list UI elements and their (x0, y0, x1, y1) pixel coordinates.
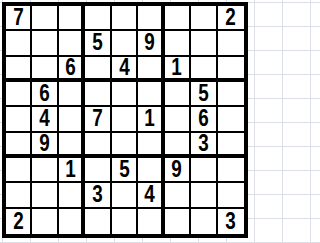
cell-r5c3[interactable] (59, 107, 85, 132)
cell-r7c4[interactable] (85, 158, 111, 183)
given-digit: 6 (198, 107, 208, 130)
cell-r3c3: 6 (59, 57, 85, 82)
cell-r9c6[interactable] (138, 209, 164, 234)
cell-r7c1[interactable] (6, 158, 32, 183)
cell-r6c8: 3 (191, 133, 217, 158)
cell-r9c9: 3 (218, 209, 244, 234)
cell-r9c2[interactable] (32, 209, 58, 234)
cell-r3c5: 4 (112, 57, 138, 82)
cell-r6c2: 9 (32, 133, 58, 158)
given-digit: 9 (144, 31, 154, 54)
cell-r2c4: 5 (85, 31, 111, 56)
cell-r8c2[interactable] (32, 183, 58, 208)
given-digit: 2 (13, 210, 23, 233)
cell-r5c5[interactable] (112, 107, 138, 132)
cell-r5c6: 1 (138, 107, 164, 132)
cell-r8c3[interactable] (59, 183, 85, 208)
cell-r2c1[interactable] (6, 31, 32, 56)
cell-r5c8: 6 (191, 107, 217, 132)
cell-r6c1[interactable] (6, 133, 32, 158)
cell-r8c8[interactable] (191, 183, 217, 208)
cell-r9c7[interactable] (165, 209, 191, 234)
cell-r2c3[interactable] (59, 31, 85, 56)
cell-r5c4: 7 (85, 107, 111, 132)
cell-r6c6[interactable] (138, 133, 164, 158)
given-digit: 1 (144, 107, 154, 130)
cell-r8c5[interactable] (112, 183, 138, 208)
cell-r5c1[interactable] (6, 107, 32, 132)
sudoku-board: 7259641654716931593423 (2, 2, 248, 238)
given-digit: 5 (119, 158, 129, 181)
given-digit: 4 (144, 183, 154, 206)
given-digit: 5 (198, 82, 208, 105)
cell-r1c3[interactable] (59, 6, 85, 31)
given-digit: 7 (92, 107, 102, 130)
given-digit: 3 (198, 133, 208, 155)
cell-r5c2: 4 (32, 107, 58, 132)
cell-r1c7[interactable] (165, 6, 191, 31)
cell-r9c8[interactable] (191, 209, 217, 234)
given-digit: 3 (92, 183, 102, 206)
cell-r8c7[interactable] (165, 183, 191, 208)
cell-r3c1[interactable] (6, 57, 32, 82)
cell-r1c9: 2 (218, 6, 244, 31)
given-digit: 9 (39, 133, 49, 155)
cell-r8c9[interactable] (218, 183, 244, 208)
cell-r3c8[interactable] (191, 57, 217, 82)
cell-r8c6: 4 (138, 183, 164, 208)
cell-r2c8[interactable] (191, 31, 217, 56)
cell-r4c8: 5 (191, 82, 217, 107)
given-digit: 1 (172, 57, 182, 79)
cell-r3c6[interactable] (138, 57, 164, 82)
cell-r7c6[interactable] (138, 158, 164, 183)
cell-r6c9[interactable] (218, 133, 244, 158)
cell-r4c5[interactable] (112, 82, 138, 107)
cell-r4c7[interactable] (165, 82, 191, 107)
cell-r5c9[interactable] (218, 107, 244, 132)
cell-r4c9[interactable] (218, 82, 244, 107)
given-digit: 2 (226, 6, 236, 29)
cell-r4c2: 6 (32, 82, 58, 107)
cell-r2c2[interactable] (32, 31, 58, 56)
cell-r1c6[interactable] (138, 6, 164, 31)
cell-r7c9[interactable] (218, 158, 244, 183)
cell-r4c3[interactable] (59, 82, 85, 107)
given-digit: 3 (226, 210, 236, 233)
cell-r7c8[interactable] (191, 158, 217, 183)
cell-r7c7: 9 (165, 158, 191, 183)
given-digit: 9 (172, 158, 182, 181)
cell-r9c5[interactable] (112, 209, 138, 234)
cell-r4c1[interactable] (6, 82, 32, 107)
cell-r6c5[interactable] (112, 133, 138, 158)
cell-r8c1[interactable] (6, 183, 32, 208)
cell-r1c2[interactable] (32, 6, 58, 31)
cell-r9c3[interactable] (59, 209, 85, 234)
given-digit: 4 (119, 57, 129, 79)
cell-r1c5[interactable] (112, 6, 138, 31)
cell-r4c6[interactable] (138, 82, 164, 107)
cell-r5c7[interactable] (165, 107, 191, 132)
cell-r6c3[interactable] (59, 133, 85, 158)
cell-r6c4[interactable] (85, 133, 111, 158)
given-digit: 5 (92, 31, 102, 54)
given-digit: 4 (39, 107, 49, 130)
given-digit: 6 (65, 57, 75, 79)
given-digit: 7 (13, 6, 23, 29)
cell-r3c7: 1 (165, 57, 191, 82)
cell-r9c4[interactable] (85, 209, 111, 234)
cell-r2c7[interactable] (165, 31, 191, 56)
cell-r1c8[interactable] (191, 6, 217, 31)
cell-r7c3: 1 (59, 158, 85, 183)
given-digit: 1 (65, 158, 75, 181)
cell-r7c5: 5 (112, 158, 138, 183)
cell-r3c9[interactable] (218, 57, 244, 82)
cell-r2c9[interactable] (218, 31, 244, 56)
cell-r6c7[interactable] (165, 133, 191, 158)
cell-r1c1: 7 (6, 6, 32, 31)
cell-r7c2[interactable] (32, 158, 58, 183)
given-digit: 6 (39, 82, 49, 105)
cell-r2c6: 9 (138, 31, 164, 56)
cell-r3c4[interactable] (85, 57, 111, 82)
cell-r4c4[interactable] (85, 82, 111, 107)
cell-r2c5[interactable] (112, 31, 138, 56)
cell-r3c2[interactable] (32, 57, 58, 82)
cell-r9c1: 2 (6, 209, 32, 234)
cell-r8c4: 3 (85, 183, 111, 208)
cell-r1c4[interactable] (85, 6, 111, 31)
